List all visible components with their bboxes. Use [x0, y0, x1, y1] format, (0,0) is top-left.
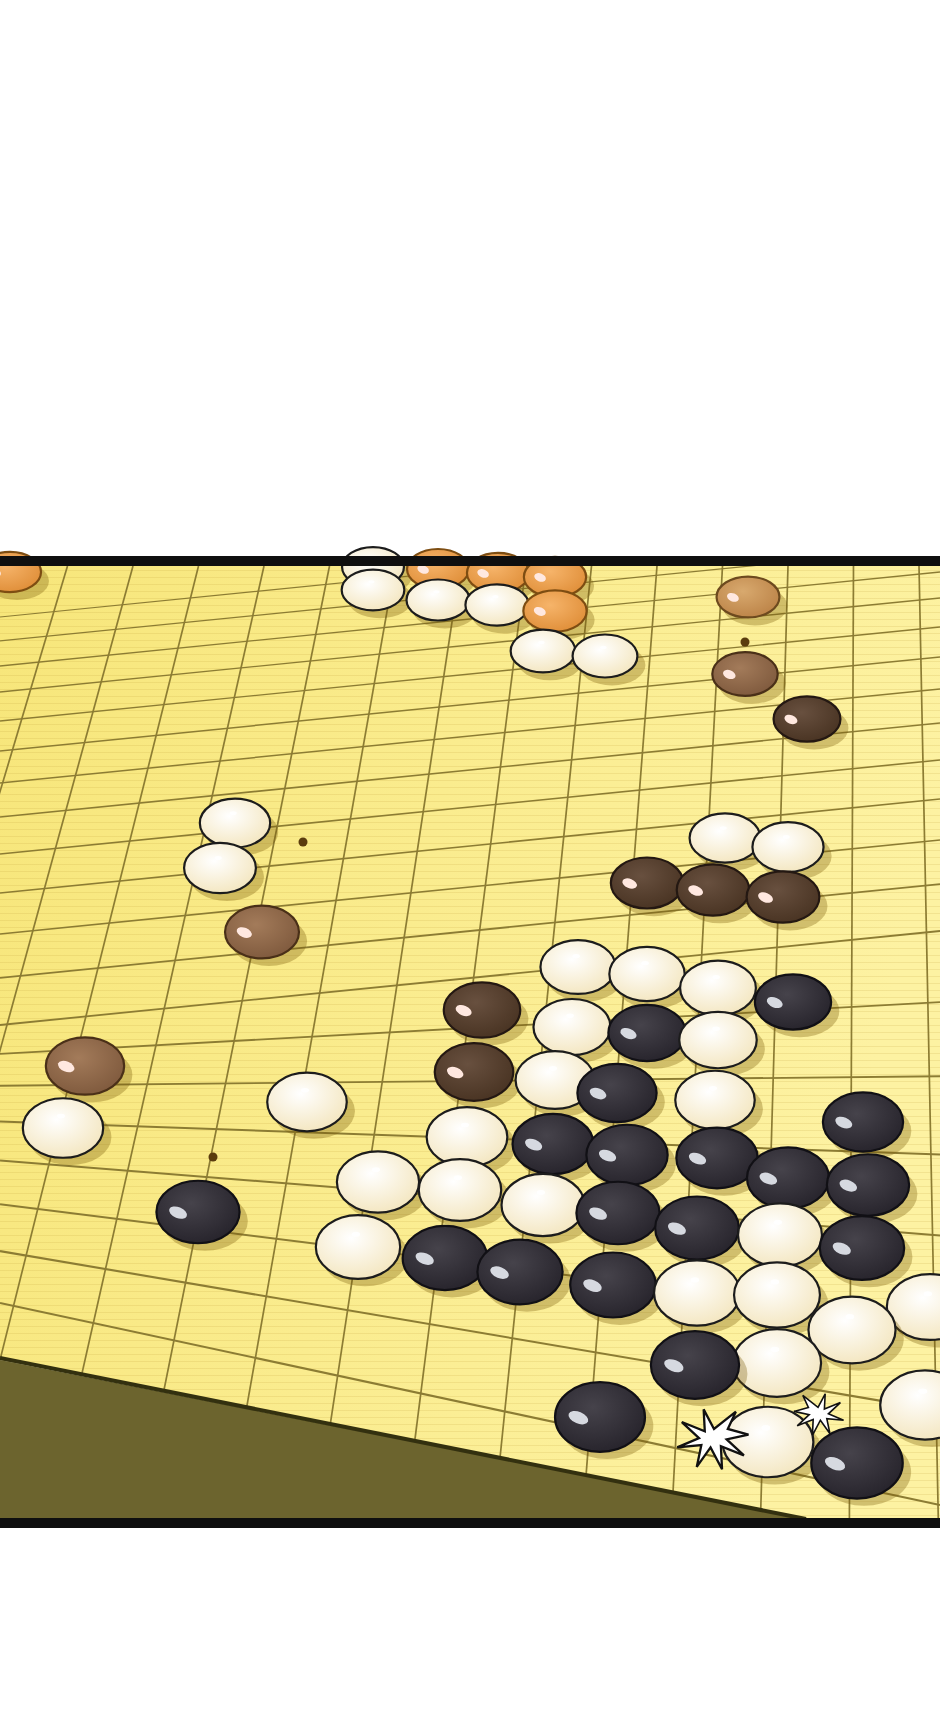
go-board [0, 0, 940, 1726]
comic-page: Manga panel: Go board in perspective dur… [0, 0, 940, 1726]
panel-border-top [0, 556, 940, 566]
star-point [299, 838, 308, 847]
star-point [741, 638, 750, 647]
go-board-panel [0, 0, 940, 1726]
star-point [209, 1153, 218, 1162]
panel-border-bottom [0, 1518, 940, 1528]
